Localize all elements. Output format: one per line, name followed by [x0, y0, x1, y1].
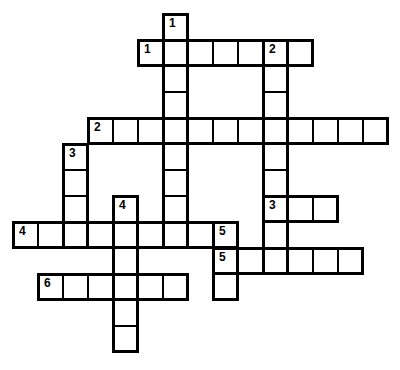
cell-r7-c11[interactable]: [288, 196, 313, 222]
cell-r1-c10[interactable]: 2: [263, 40, 288, 66]
cell-r4-c3[interactable]: 2: [88, 118, 113, 144]
cell-r6-c2[interactable]: [63, 170, 88, 196]
cell-r10-c4[interactable]: [113, 274, 138, 300]
cell-r2-c10[interactable]: [263, 66, 288, 92]
cell-r9-c9[interactable]: [238, 248, 263, 274]
cell-r4-c10[interactable]: [263, 118, 288, 144]
cell-r9-c10[interactable]: [263, 248, 288, 274]
cell-r4-c8[interactable]: [213, 118, 238, 144]
cell-r1-c5[interactable]: 1: [138, 40, 163, 66]
clue-number-2-r4-c3: 2: [94, 120, 101, 134]
cell-r0-c6[interactable]: 1: [163, 14, 188, 40]
cell-r8-c8[interactable]: 5: [213, 222, 238, 248]
cell-r7-c2[interactable]: [63, 196, 88, 222]
cell-r4-c12[interactable]: [313, 118, 338, 144]
cell-r2-c6[interactable]: [163, 66, 188, 92]
cell-r10-c2[interactable]: [63, 274, 88, 300]
clue-number-4-r8-c0: 4: [19, 224, 26, 238]
cell-r10-c8[interactable]: [213, 274, 238, 300]
cell-r4-c5[interactable]: [138, 118, 163, 144]
cell-r8-c6[interactable]: [163, 222, 188, 248]
cell-r8-c0[interactable]: 4: [13, 222, 38, 248]
clue-number-1-r1-c5: 1: [144, 42, 151, 56]
cell-r3-c10[interactable]: [263, 92, 288, 118]
cell-r6-c6[interactable]: [163, 170, 188, 196]
cell-r8-c4[interactable]: [113, 222, 138, 248]
cell-r8-c3[interactable]: [88, 222, 113, 248]
cell-r4-c7[interactable]: [188, 118, 213, 144]
cell-r7-c6[interactable]: [163, 196, 188, 222]
cell-r1-c9[interactable]: [238, 40, 263, 66]
cell-r11-c4[interactable]: [113, 300, 138, 326]
cell-r1-c7[interactable]: [188, 40, 213, 66]
cell-r10-c1[interactable]: 6: [38, 274, 63, 300]
clue-number-5-r9-c8: 5: [219, 250, 226, 264]
clue-number-3-r7-c10: 3: [269, 198, 276, 212]
cell-r8-c10[interactable]: [263, 222, 288, 248]
cell-r1-c6[interactable]: [163, 40, 188, 66]
cell-r8-c2[interactable]: [63, 222, 88, 248]
clue-number-3-r5-c2: 3: [69, 146, 76, 160]
cell-r9-c4[interactable]: [113, 248, 138, 274]
cell-r9-c8[interactable]: 5: [213, 248, 238, 274]
cell-r9-c13[interactable]: [338, 248, 363, 274]
cell-r12-c4[interactable]: [113, 326, 138, 352]
cell-r8-c5[interactable]: [138, 222, 163, 248]
clue-number-1-r0-c6: 1: [169, 16, 176, 30]
cell-r8-c7[interactable]: [188, 222, 213, 248]
cell-r4-c14[interactable]: [363, 118, 388, 144]
cell-r9-c11[interactable]: [288, 248, 313, 274]
cell-r1-c11[interactable]: [288, 40, 313, 66]
cell-r4-c13[interactable]: [338, 118, 363, 144]
cell-r7-c4[interactable]: 4: [113, 196, 138, 222]
cell-r10-c5[interactable]: [138, 274, 163, 300]
cell-r9-c12[interactable]: [313, 248, 338, 274]
cell-r5-c10[interactable]: [263, 144, 288, 170]
crossword-board: 11223434556: [0, 0, 400, 370]
clue-number-5-r8-c8: 5: [219, 224, 226, 238]
clue-number-6-r10-c1: 6: [44, 276, 51, 290]
cell-r1-c8[interactable]: [213, 40, 238, 66]
cell-r8-c1[interactable]: [38, 222, 63, 248]
cell-r4-c9[interactable]: [238, 118, 263, 144]
cell-r5-c2[interactable]: 3: [63, 144, 88, 170]
cell-r3-c6[interactable]: [163, 92, 188, 118]
cell-r7-c12[interactable]: [313, 196, 338, 222]
cell-r5-c6[interactable]: [163, 144, 188, 170]
cell-r10-c6[interactable]: [163, 274, 188, 300]
cell-r6-c10[interactable]: [263, 170, 288, 196]
cell-r10-c3[interactable]: [88, 274, 113, 300]
cell-r7-c10[interactable]: 3: [263, 196, 288, 222]
clue-number-2-r1-c10: 2: [269, 42, 276, 56]
cell-r4-c6[interactable]: [163, 118, 188, 144]
clue-number-4-r7-c4: 4: [119, 198, 126, 212]
cell-r4-c4[interactable]: [113, 118, 138, 144]
cell-r4-c11[interactable]: [288, 118, 313, 144]
